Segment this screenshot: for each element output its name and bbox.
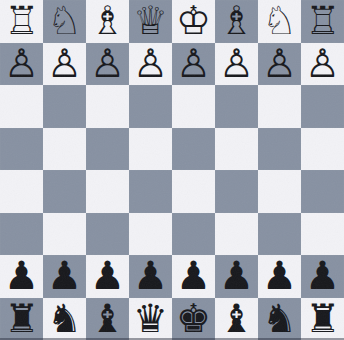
black-knight[interactable]: ♞ xyxy=(43,298,86,340)
white-bishop[interactable]: ♗ xyxy=(215,0,258,43)
square-g8[interactable]: ♞ xyxy=(258,298,301,340)
square-g2[interactable]: ♙ xyxy=(258,43,301,86)
square-f1[interactable]: ♗ xyxy=(215,0,258,43)
square-a5[interactable] xyxy=(0,170,43,213)
square-f6[interactable] xyxy=(215,213,258,256)
square-b1[interactable]: ♘ xyxy=(43,0,86,43)
square-a2[interactable]: ♙ xyxy=(0,43,43,86)
black-pawn[interactable]: ♟ xyxy=(0,255,43,298)
white-rook[interactable]: ♖ xyxy=(301,0,344,43)
white-pawn[interactable]: ♙ xyxy=(172,43,215,86)
square-e2[interactable]: ♙ xyxy=(172,43,215,86)
square-b4[interactable] xyxy=(43,128,86,171)
white-pawn[interactable]: ♙ xyxy=(215,43,258,86)
square-g1[interactable]: ♘ xyxy=(258,0,301,43)
square-g5[interactable] xyxy=(258,170,301,213)
square-h8[interactable]: ♜ xyxy=(301,298,344,340)
black-pawn[interactable]: ♟ xyxy=(86,255,129,298)
square-a3[interactable] xyxy=(0,85,43,128)
square-c8[interactable]: ♝ xyxy=(86,298,129,340)
square-g4[interactable] xyxy=(258,128,301,171)
square-h6[interactable] xyxy=(301,213,344,256)
square-g7[interactable]: ♟ xyxy=(258,255,301,298)
square-d5[interactable] xyxy=(129,170,172,213)
square-b3[interactable] xyxy=(43,85,86,128)
square-a6[interactable] xyxy=(0,213,43,256)
chess-board: ♖♘♗♕♔♗♘♖♙♙♙♙♙♙♙♙♟♟♟♟♟♟♟♟♜♞♝♛♚♝♞♜ xyxy=(0,0,344,340)
square-c4[interactable] xyxy=(86,128,129,171)
white-king[interactable]: ♔ xyxy=(172,0,215,43)
chess-board-widget: ♖♘♗♕♔♗♘♖♙♙♙♙♙♙♙♙♟♟♟♟♟♟♟♟♜♞♝♛♚♝♞♜ xyxy=(0,0,344,340)
square-e7[interactable]: ♟ xyxy=(172,255,215,298)
square-c6[interactable] xyxy=(86,213,129,256)
square-e5[interactable] xyxy=(172,170,215,213)
black-rook[interactable]: ♜ xyxy=(0,298,43,340)
black-bishop[interactable]: ♝ xyxy=(215,298,258,340)
square-f3[interactable] xyxy=(215,85,258,128)
white-pawn[interactable]: ♙ xyxy=(301,43,344,86)
white-pawn[interactable]: ♙ xyxy=(0,43,43,86)
square-b6[interactable] xyxy=(43,213,86,256)
square-h2[interactable]: ♙ xyxy=(301,43,344,86)
black-queen[interactable]: ♛ xyxy=(129,298,172,340)
black-bishop[interactable]: ♝ xyxy=(86,298,129,340)
square-b7[interactable]: ♟ xyxy=(43,255,86,298)
square-f7[interactable]: ♟ xyxy=(215,255,258,298)
square-f8[interactable]: ♝ xyxy=(215,298,258,340)
white-rook[interactable]: ♖ xyxy=(0,0,43,43)
black-rook[interactable]: ♜ xyxy=(301,298,344,340)
square-f4[interactable] xyxy=(215,128,258,171)
black-king[interactable]: ♚ xyxy=(172,298,215,340)
white-knight[interactable]: ♘ xyxy=(43,0,86,43)
square-f2[interactable]: ♙ xyxy=(215,43,258,86)
square-a7[interactable]: ♟ xyxy=(0,255,43,298)
black-pawn[interactable]: ♟ xyxy=(172,255,215,298)
white-bishop[interactable]: ♗ xyxy=(86,0,129,43)
square-a1[interactable]: ♖ xyxy=(0,0,43,43)
square-b5[interactable] xyxy=(43,170,86,213)
square-h5[interactable] xyxy=(301,170,344,213)
square-a4[interactable] xyxy=(0,128,43,171)
square-c2[interactable]: ♙ xyxy=(86,43,129,86)
square-h7[interactable]: ♟ xyxy=(301,255,344,298)
square-e6[interactable] xyxy=(172,213,215,256)
square-d8[interactable]: ♛ xyxy=(129,298,172,340)
black-knight[interactable]: ♞ xyxy=(258,298,301,340)
black-pawn[interactable]: ♟ xyxy=(215,255,258,298)
white-pawn[interactable]: ♙ xyxy=(86,43,129,86)
white-queen[interactable]: ♕ xyxy=(129,0,172,43)
white-pawn[interactable]: ♙ xyxy=(43,43,86,86)
black-pawn[interactable]: ♟ xyxy=(301,255,344,298)
black-pawn[interactable]: ♟ xyxy=(258,255,301,298)
square-c1[interactable]: ♗ xyxy=(86,0,129,43)
black-pawn[interactable]: ♟ xyxy=(43,255,86,298)
square-g3[interactable] xyxy=(258,85,301,128)
square-f5[interactable] xyxy=(215,170,258,213)
square-e3[interactable] xyxy=(172,85,215,128)
square-d2[interactable]: ♙ xyxy=(129,43,172,86)
square-h4[interactable] xyxy=(301,128,344,171)
square-c5[interactable] xyxy=(86,170,129,213)
square-c7[interactable]: ♟ xyxy=(86,255,129,298)
square-d1[interactable]: ♕ xyxy=(129,0,172,43)
square-c3[interactable] xyxy=(86,85,129,128)
square-h1[interactable]: ♖ xyxy=(301,0,344,43)
square-d3[interactable] xyxy=(129,85,172,128)
black-pawn[interactable]: ♟ xyxy=(129,255,172,298)
white-knight[interactable]: ♘ xyxy=(258,0,301,43)
square-d6[interactable] xyxy=(129,213,172,256)
square-b8[interactable]: ♞ xyxy=(43,298,86,340)
square-g6[interactable] xyxy=(258,213,301,256)
square-d7[interactable]: ♟ xyxy=(129,255,172,298)
square-b2[interactable]: ♙ xyxy=(43,43,86,86)
square-e4[interactable] xyxy=(172,128,215,171)
square-d4[interactable] xyxy=(129,128,172,171)
square-e1[interactable]: ♔ xyxy=(172,0,215,43)
square-a8[interactable]: ♜ xyxy=(0,298,43,340)
square-h3[interactable] xyxy=(301,85,344,128)
white-pawn[interactable]: ♙ xyxy=(258,43,301,86)
white-pawn[interactable]: ♙ xyxy=(129,43,172,86)
square-e8[interactable]: ♚ xyxy=(172,298,215,340)
